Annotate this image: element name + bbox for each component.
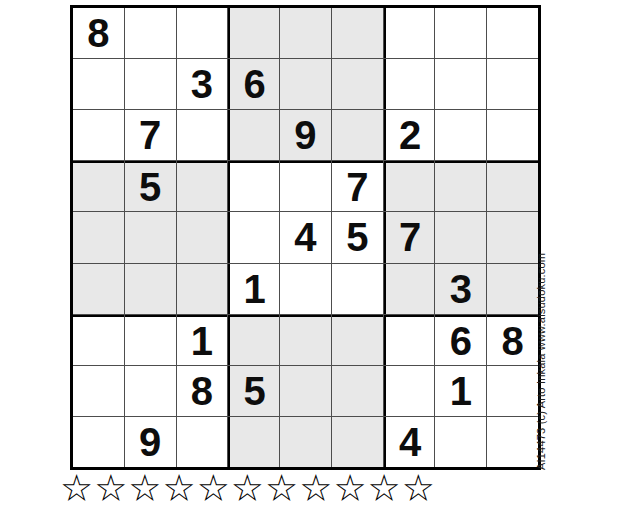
cell-r8c3[interactable]: 8 [177, 366, 228, 416]
difficulty-stars: ☆☆☆☆☆☆☆☆☆☆☆ [60, 468, 540, 508]
cell-r8c8[interactable]: 1 [435, 366, 486, 416]
cell-r9c7[interactable]: 4 [384, 417, 435, 467]
cell-r9c2[interactable]: 9 [125, 417, 176, 467]
cell-r8c4[interactable]: 5 [228, 366, 279, 416]
cell-r7c4[interactable] [228, 315, 279, 365]
cell-r2c7[interactable] [384, 59, 435, 109]
cell-r4c7[interactable] [384, 161, 435, 211]
cell-r1c7[interactable] [384, 8, 435, 58]
cell-r1c9[interactable] [487, 8, 538, 58]
cell-r2c3[interactable]: 3 [177, 59, 228, 109]
cell-r2c4[interactable]: 6 [228, 59, 279, 109]
cell-r9c6[interactable] [332, 417, 383, 467]
credit-text: AI14473 (c) Arto Inkala www.aisudoku.com [535, 228, 551, 470]
cell-r7c9[interactable]: 8 [487, 315, 538, 365]
cell-r4c9[interactable] [487, 161, 538, 211]
cell-r4c1[interactable] [73, 161, 124, 211]
cell-r6c4[interactable]: 1 [228, 264, 279, 314]
cell-r1c6[interactable] [332, 8, 383, 58]
cell-r2c8[interactable] [435, 59, 486, 109]
cell-r1c2[interactable] [125, 8, 176, 58]
cell-r4c8[interactable] [435, 161, 486, 211]
cell-r5c4[interactable] [228, 212, 279, 262]
cell-r7c3[interactable]: 1 [177, 315, 228, 365]
cell-r5c9[interactable] [487, 212, 538, 262]
cell-r2c6[interactable] [332, 59, 383, 109]
cell-r8c1[interactable] [73, 366, 124, 416]
cell-r6c5[interactable] [280, 264, 331, 314]
cell-r4c3[interactable] [177, 161, 228, 211]
cell-r9c5[interactable] [280, 417, 331, 467]
cell-r8c2[interactable] [125, 366, 176, 416]
cell-r6c1[interactable] [73, 264, 124, 314]
cell-r2c1[interactable] [73, 59, 124, 109]
cell-r9c1[interactable] [73, 417, 124, 467]
cell-r3c5[interactable]: 9 [280, 110, 331, 160]
cell-r4c2[interactable]: 5 [125, 161, 176, 211]
cell-r3c4[interactable] [228, 110, 279, 160]
cell-r1c3[interactable] [177, 8, 228, 58]
difficulty-star-icon: ☆ [231, 470, 265, 507]
cell-r2c5[interactable] [280, 59, 331, 109]
cell-r1c4[interactable] [228, 8, 279, 58]
cell-r6c3[interactable] [177, 264, 228, 314]
cell-r8c6[interactable] [332, 366, 383, 416]
cell-r7c6[interactable] [332, 315, 383, 365]
cell-r4c6[interactable]: 7 [332, 161, 383, 211]
cell-r2c9[interactable] [487, 59, 538, 109]
difficulty-star-icon: ☆ [94, 470, 128, 507]
cell-r3c2[interactable]: 7 [125, 110, 176, 160]
cell-r5c1[interactable] [73, 212, 124, 262]
cell-r4c5[interactable] [280, 161, 331, 211]
cell-r7c5[interactable] [280, 315, 331, 365]
difficulty-star-icon: ☆ [197, 470, 231, 507]
cell-r5c2[interactable] [125, 212, 176, 262]
cell-r5c6[interactable]: 5 [332, 212, 383, 262]
cell-r3c3[interactable] [177, 110, 228, 160]
cell-r9c4[interactable] [228, 417, 279, 467]
difficulty-star-icon: ☆ [368, 470, 402, 507]
sudoku-board: 836792574571316885194 [70, 5, 541, 470]
cell-r5c3[interactable] [177, 212, 228, 262]
difficulty-star-icon: ☆ [265, 470, 299, 507]
cell-r8c5[interactable] [280, 366, 331, 416]
cell-r5c5[interactable]: 4 [280, 212, 331, 262]
cell-r3c8[interactable] [435, 110, 486, 160]
cell-r6c9[interactable] [487, 264, 538, 314]
cell-r3c1[interactable] [73, 110, 124, 160]
cell-r9c8[interactable] [435, 417, 486, 467]
cell-r5c8[interactable] [435, 212, 486, 262]
cell-r6c7[interactable] [384, 264, 435, 314]
cell-r3c6[interactable] [332, 110, 383, 160]
cell-r1c8[interactable] [435, 8, 486, 58]
cell-r6c8[interactable]: 3 [435, 264, 486, 314]
sudoku-puzzle-page: 836792574571316885194 ☆☆☆☆☆☆☆☆☆☆☆ AI1447… [0, 0, 630, 508]
difficulty-star-icon: ☆ [163, 470, 197, 507]
cell-r9c3[interactable] [177, 417, 228, 467]
cell-r5c7[interactable]: 7 [384, 212, 435, 262]
cell-r6c6[interactable] [332, 264, 383, 314]
cell-r4c4[interactable] [228, 161, 279, 211]
cell-r7c7[interactable] [384, 315, 435, 365]
difficulty-star-icon: ☆ [60, 470, 94, 507]
cell-r7c1[interactable] [73, 315, 124, 365]
cell-r2c2[interactable] [125, 59, 176, 109]
cell-r1c5[interactable] [280, 8, 331, 58]
cell-r3c9[interactable] [487, 110, 538, 160]
cell-r9c9[interactable] [487, 417, 538, 467]
cell-r3c7[interactable]: 2 [384, 110, 435, 160]
cell-r7c8[interactable]: 6 [435, 315, 486, 365]
cell-r7c2[interactable] [125, 315, 176, 365]
difficulty-star-icon: ☆ [333, 470, 367, 507]
difficulty-star-icon: ☆ [128, 470, 162, 507]
cell-r1c1[interactable]: 8 [73, 8, 124, 58]
cell-r8c9[interactable] [487, 366, 538, 416]
difficulty-star-icon: ☆ [299, 470, 333, 507]
cell-r8c7[interactable] [384, 366, 435, 416]
difficulty-star-icon: ☆ [402, 470, 436, 507]
cell-r6c2[interactable] [125, 264, 176, 314]
